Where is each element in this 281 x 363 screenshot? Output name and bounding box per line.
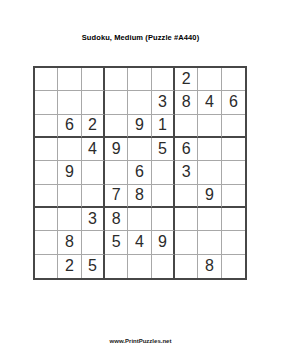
sudoku-cell-r6c6: [152, 185, 175, 208]
sudoku-cell-r7c2: [58, 208, 81, 231]
sudoku-cell-r6c7: [175, 185, 198, 208]
sudoku-cell-r3c9: [222, 115, 245, 138]
sudoku-cell-r7c3: 3: [82, 208, 105, 231]
sudoku-cell-r1c4: [105, 68, 128, 91]
sudoku-cell-r8c5: 4: [128, 231, 151, 254]
sudoku-cell-r6c4: 7: [105, 185, 128, 208]
sudoku-cell-r7c7: [175, 208, 198, 231]
sudoku-cell-r9c7: [175, 255, 198, 278]
sudoku-cell-r7c8: [198, 208, 221, 231]
sudoku-cell-r1c3: [82, 68, 105, 91]
sudoku-cell-r9c1: [35, 255, 58, 278]
puzzle-page: Sudoku, Medium (Puzzle #A440) 2384662914…: [0, 0, 281, 363]
sudoku-cell-r2c7: 8: [175, 91, 198, 114]
sudoku-cell-r1c8: [198, 68, 221, 91]
sudoku-cell-r7c5: [128, 208, 151, 231]
sudoku-cell-r2c9: 6: [222, 91, 245, 114]
sudoku-cell-r5c8: [198, 161, 221, 184]
footer-url: www.PrintPuzzles.net: [0, 338, 281, 344]
sudoku-cell-r1c9: [222, 68, 245, 91]
sudoku-cell-r4c7: 6: [175, 138, 198, 161]
sudoku-cell-r8c3: [82, 231, 105, 254]
sudoku-cell-r4c4: 9: [105, 138, 128, 161]
sudoku-cell-r1c6: [152, 68, 175, 91]
sudoku-cell-r3c2: 6: [58, 115, 81, 138]
sudoku-cell-r4c6: 5: [152, 138, 175, 161]
sudoku-cell-r3c4: [105, 115, 128, 138]
sudoku-cell-r6c2: [58, 185, 81, 208]
sudoku-cell-r5c5: 6: [128, 161, 151, 184]
sudoku-cell-r1c2: [58, 68, 81, 91]
sudoku-cell-r8c6: 9: [152, 231, 175, 254]
sudoku-cell-r3c5: 9: [128, 115, 151, 138]
sudoku-cell-r5c9: [222, 161, 245, 184]
sudoku-cell-r3c1: [35, 115, 58, 138]
sudoku-cell-r2c5: [128, 91, 151, 114]
sudoku-cell-r6c5: 8: [128, 185, 151, 208]
sudoku-cell-r7c4: 8: [105, 208, 128, 231]
sudoku-cell-r9c8: 8: [198, 255, 221, 278]
sudoku-cell-r5c3: [82, 161, 105, 184]
sudoku-cell-r4c1: [35, 138, 58, 161]
sudoku-cell-r1c5: [128, 68, 151, 91]
sudoku-cell-r2c4: [105, 91, 128, 114]
sudoku-cell-r3c3: 2: [82, 115, 105, 138]
sudoku-cell-r8c8: [198, 231, 221, 254]
sudoku-cell-r3c7: [175, 115, 198, 138]
sudoku-cell-r6c3: [82, 185, 105, 208]
sudoku-cell-r8c1: [35, 231, 58, 254]
sudoku-cell-r2c3: [82, 91, 105, 114]
sudoku-cell-r2c1: [35, 91, 58, 114]
sudoku-cell-r8c2: 8: [58, 231, 81, 254]
sudoku-cell-r6c9: [222, 185, 245, 208]
sudoku-cell-r5c6: [152, 161, 175, 184]
sudoku-cell-r7c1: [35, 208, 58, 231]
sudoku-cell-r4c9: [222, 138, 245, 161]
sudoku-cell-r8c4: 5: [105, 231, 128, 254]
sudoku-cell-r9c9: [222, 255, 245, 278]
sudoku-cell-r2c8: 4: [198, 91, 221, 114]
sudoku-cell-r4c5: [128, 138, 151, 161]
sudoku-cell-r7c6: [152, 208, 175, 231]
sudoku-cell-r4c2: [58, 138, 81, 161]
sudoku-cell-r4c3: 4: [82, 138, 105, 161]
sudoku-cell-r2c2: [58, 91, 81, 114]
sudoku-cell-r6c8: 9: [198, 185, 221, 208]
sudoku-cell-r5c7: 3: [175, 161, 198, 184]
sudoku-cell-r2c6: 3: [152, 91, 175, 114]
sudoku-cell-r9c2: 2: [58, 255, 81, 278]
sudoku-cell-r8c7: [175, 231, 198, 254]
sudoku-cell-r1c1: [35, 68, 58, 91]
sudoku-cell-r7c9: [222, 208, 245, 231]
sudoku-cell-r9c4: [105, 255, 128, 278]
sudoku-cell-r3c6: 1: [152, 115, 175, 138]
sudoku-cell-r5c1: [35, 161, 58, 184]
puzzle-title: Sudoku, Medium (Puzzle #A440): [0, 33, 281, 42]
sudoku-cell-r8c9: [222, 231, 245, 254]
sudoku-cell-r9c3: 5: [82, 255, 105, 278]
sudoku-cell-r4c8: [198, 138, 221, 161]
sudoku-cell-r5c2: 9: [58, 161, 81, 184]
sudoku-cell-r5c4: [105, 161, 128, 184]
sudoku-cell-r1c7: 2: [175, 68, 198, 91]
sudoku-cell-r3c8: [198, 115, 221, 138]
sudoku-cell-r9c6: [152, 255, 175, 278]
sudoku-cell-r9c5: [128, 255, 151, 278]
sudoku-board: 2384662914956963789388549258: [33, 66, 247, 280]
sudoku-cell-r6c1: [35, 185, 58, 208]
